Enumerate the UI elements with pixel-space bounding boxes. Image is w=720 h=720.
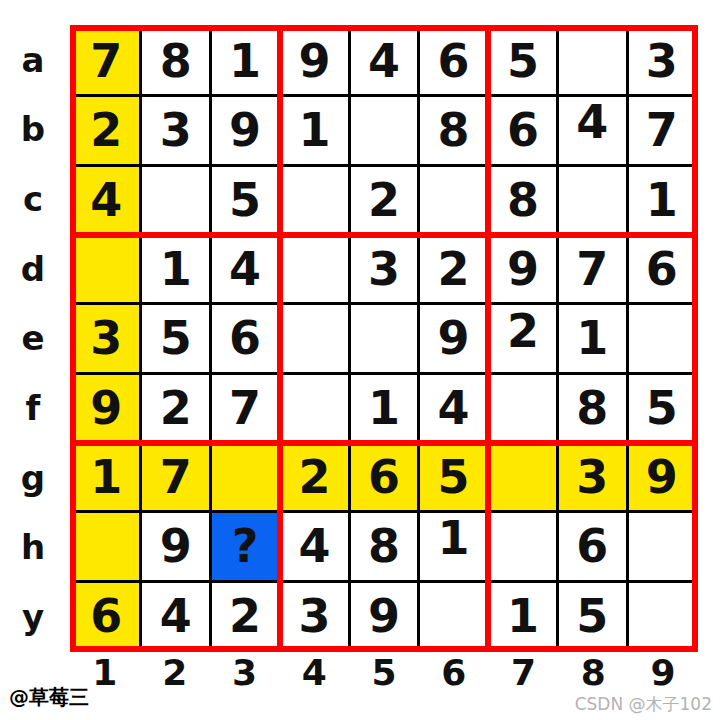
cell-e3[interactable]: 6 <box>212 305 278 371</box>
cell-c3[interactable]: 5 <box>212 167 278 233</box>
cell-d1[interactable] <box>73 236 139 302</box>
cell-f6[interactable]: 4 <box>420 375 486 441</box>
cell-b7[interactable]: 6 <box>490 97 556 163</box>
cell-g7[interactable] <box>490 444 556 510</box>
cell-h3[interactable]: ? <box>212 513 278 579</box>
cell-f1[interactable]: 9 <box>73 375 139 441</box>
cell-g2[interactable]: 7 <box>142 444 208 510</box>
cell-f9[interactable]: 5 <box>629 375 695 441</box>
cell-b8[interactable]: 4 <box>559 97 625 163</box>
cell-f5[interactable]: 1 <box>351 375 417 441</box>
cell-a4[interactable]: 9 <box>281 28 347 94</box>
cell-y4[interactable]: 3 <box>281 583 347 649</box>
sudoku-board: 7819465323918647452811432976356921927148… <box>70 25 698 652</box>
cell-c5[interactable]: 2 <box>351 167 417 233</box>
col-label-7: 7 <box>489 650 559 694</box>
col-label-3: 3 <box>210 650 280 694</box>
cell-e5[interactable] <box>351 305 417 371</box>
cell-b6[interactable]: 8 <box>420 97 486 163</box>
cell-b9[interactable]: 7 <box>629 97 695 163</box>
row-label-g: g <box>0 443 66 513</box>
cell-y3[interactable]: 2 <box>212 583 278 649</box>
cell-d2[interactable]: 1 <box>142 236 208 302</box>
cell-e9[interactable] <box>629 305 695 371</box>
col-label-6: 6 <box>419 650 489 694</box>
cell-f4[interactable] <box>281 375 347 441</box>
cell-a8[interactable] <box>559 28 625 94</box>
cell-a1[interactable]: 7 <box>73 28 139 94</box>
cell-f3[interactable]: 7 <box>212 375 278 441</box>
cell-h6[interactable]: 1 <box>420 513 486 579</box>
cell-h7[interactable] <box>490 513 556 579</box>
cell-h1[interactable] <box>73 513 139 579</box>
cell-y5[interactable]: 9 <box>351 583 417 649</box>
cell-a9[interactable]: 3 <box>629 28 695 94</box>
cell-e1[interactable]: 3 <box>73 305 139 371</box>
cell-e4[interactable] <box>281 305 347 371</box>
cell-c8[interactable] <box>559 167 625 233</box>
cell-a3[interactable]: 1 <box>212 28 278 94</box>
row-label-f: f <box>0 373 66 443</box>
cell-h8[interactable]: 6 <box>559 513 625 579</box>
cell-y8[interactable]: 5 <box>559 583 625 649</box>
cell-e2[interactable]: 5 <box>142 305 208 371</box>
cell-y9[interactable] <box>629 583 695 649</box>
cell-f8[interactable]: 8 <box>559 375 625 441</box>
cell-c4[interactable] <box>281 167 347 233</box>
col-label-9: 9 <box>628 650 698 694</box>
cell-d4[interactable] <box>281 236 347 302</box>
cell-d8[interactable]: 7 <box>559 236 625 302</box>
cell-c2[interactable] <box>142 167 208 233</box>
cell-h9[interactable] <box>629 513 695 579</box>
cell-c9[interactable]: 1 <box>629 167 695 233</box>
col-label-2: 2 <box>140 650 210 694</box>
column-labels: 123456789 <box>70 650 698 694</box>
row-label-b: b <box>0 95 66 165</box>
cell-g9[interactable]: 9 <box>629 444 695 510</box>
cell-h5[interactable]: 8 <box>351 513 417 579</box>
cell-c1[interactable]: 4 <box>73 167 139 233</box>
cell-e6[interactable]: 9 <box>420 305 486 371</box>
cell-h4[interactable]: 4 <box>281 513 347 579</box>
row-label-e: e <box>0 304 66 374</box>
cell-e8[interactable]: 1 <box>559 305 625 371</box>
row-labels: abcdefghy <box>0 25 66 652</box>
sudoku-puzzle-screenshot: abcdefghy 781946532391864745281143297635… <box>0 0 720 720</box>
cell-b2[interactable]: 3 <box>142 97 208 163</box>
col-label-5: 5 <box>349 650 419 694</box>
cell-e7[interactable]: 2 <box>490 305 556 371</box>
cell-b5[interactable] <box>351 97 417 163</box>
cell-d3[interactable]: 4 <box>212 236 278 302</box>
cell-f2[interactable]: 2 <box>142 375 208 441</box>
row-label-a: a <box>0 25 66 95</box>
cell-d7[interactable]: 9 <box>490 236 556 302</box>
cell-d9[interactable]: 6 <box>629 236 695 302</box>
watermark-csdn: CSDN @木子102 <box>575 693 712 716</box>
cell-f7[interactable] <box>490 375 556 441</box>
cell-b3[interactable]: 9 <box>212 97 278 163</box>
row-label-h: h <box>0 513 66 583</box>
cell-y7[interactable]: 1 <box>490 583 556 649</box>
cell-b4[interactable]: 1 <box>281 97 347 163</box>
cell-g4[interactable]: 2 <box>281 444 347 510</box>
watermark-author: @草莓三 <box>9 684 89 711</box>
cell-d5[interactable]: 3 <box>351 236 417 302</box>
cell-g1[interactable]: 1 <box>73 444 139 510</box>
cell-y1[interactable]: 6 <box>73 583 139 649</box>
cell-y2[interactable]: 4 <box>142 583 208 649</box>
cell-c7[interactable]: 8 <box>490 167 556 233</box>
cell-y6[interactable] <box>420 583 486 649</box>
row-label-y: y <box>0 582 66 652</box>
row-label-d: d <box>0 234 66 304</box>
cell-a6[interactable]: 6 <box>420 28 486 94</box>
cell-g5[interactable]: 6 <box>351 444 417 510</box>
cell-g8[interactable]: 3 <box>559 444 625 510</box>
cell-d6[interactable]: 2 <box>420 236 486 302</box>
col-label-4: 4 <box>279 650 349 694</box>
cell-g6[interactable]: 5 <box>420 444 486 510</box>
cell-a5[interactable]: 4 <box>351 28 417 94</box>
cell-g3[interactable] <box>212 444 278 510</box>
cell-a7[interactable]: 5 <box>490 28 556 94</box>
cell-b1[interactable]: 2 <box>73 97 139 163</box>
cell-a2[interactable]: 8 <box>142 28 208 94</box>
cell-c6[interactable] <box>420 167 486 233</box>
sudoku-grid: 7819465323918647452811432976356921927148… <box>70 25 698 652</box>
row-label-c: c <box>0 164 66 234</box>
col-label-8: 8 <box>558 650 628 694</box>
cell-h2[interactable]: 9 <box>142 513 208 579</box>
